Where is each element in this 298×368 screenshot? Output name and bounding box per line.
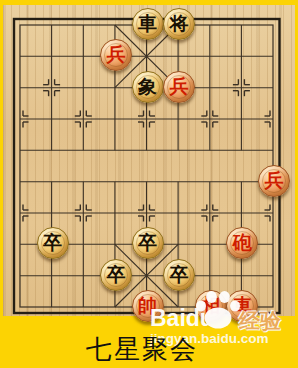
piece-black-soldier[interactable]: 卒 — [37, 227, 69, 259]
piece-red-soldier[interactable]: 兵 — [100, 39, 132, 71]
piece-black-chariot[interactable]: 車 — [132, 8, 164, 40]
piece-red-general[interactable]: 帥 — [132, 290, 164, 322]
piece-black-general[interactable]: 将 — [163, 8, 195, 40]
piece-black-elephant[interactable]: 象 — [132, 71, 164, 103]
piece-black-soldier[interactable]: 卒 — [132, 227, 164, 259]
puzzle-title: 七星聚会 — [0, 335, 284, 365]
xiangqi-board[interactable]: 車将兵象兵兵卒卒砲卒卒帥相車 — [3, 5, 295, 316]
piece-red-soldier[interactable]: 兵 — [163, 71, 195, 103]
piece-black-soldier[interactable]: 卒 — [163, 259, 195, 291]
piece-black-soldier[interactable]: 卒 — [100, 259, 132, 291]
piece-red-soldier[interactable]: 兵 — [258, 165, 290, 197]
piece-red-elephant[interactable]: 相 — [195, 290, 227, 322]
screenshot-root: 車将兵象兵兵卒卒砲卒卒帥相車 Baidu 经验 jingyan.baidu.co… — [0, 0, 298, 368]
